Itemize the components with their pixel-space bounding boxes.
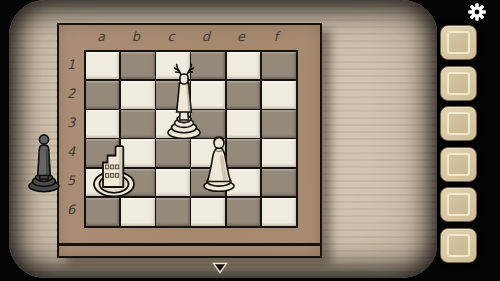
- square-a1[interactable]: [86, 52, 120, 80]
- settings-gear-icon[interactable]: [468, 3, 486, 21]
- square-a2[interactable]: [86, 81, 120, 109]
- inventory-slot-inner: [447, 112, 470, 135]
- inventory-slot-inner: [447, 72, 470, 95]
- square-f3[interactable]: [262, 110, 296, 138]
- square-e6[interactable]: [227, 198, 261, 226]
- piece-house-c6[interactable]: [91, 142, 137, 202]
- square-e1[interactable]: [227, 52, 261, 80]
- piece-man-a6[interactable]: [27, 131, 61, 197]
- col-label-d: d: [189, 25, 224, 49]
- square-f6[interactable]: [262, 198, 296, 226]
- col-label-b: b: [119, 25, 154, 49]
- square-c6[interactable]: [156, 198, 190, 226]
- column-labels: abcdef: [84, 25, 294, 49]
- game-scene: abcdef 123456: [0, 0, 500, 281]
- square-f4[interactable]: [262, 139, 296, 167]
- inventory-slot-4[interactable]: [440, 147, 477, 182]
- row-label-3: 3: [59, 108, 84, 137]
- square-b2[interactable]: [121, 81, 155, 109]
- inventory-slot-inner: [447, 234, 470, 257]
- square-c5[interactable]: [156, 169, 190, 197]
- inventory-slot-2[interactable]: [440, 66, 477, 101]
- col-label-f: f: [259, 25, 294, 49]
- row-label-6: 6: [59, 195, 84, 224]
- exit-down-arrow[interactable]: [212, 262, 228, 274]
- inventory-slot-3[interactable]: [440, 106, 477, 141]
- square-f1[interactable]: [262, 52, 296, 80]
- inventory-slot-inner: [447, 193, 470, 216]
- square-d6[interactable]: [191, 198, 225, 226]
- square-a3[interactable]: [86, 110, 120, 138]
- row-label-2: 2: [59, 79, 84, 108]
- frame-ledge-line: [59, 243, 320, 246]
- piece-woman-f6[interactable]: [201, 134, 237, 196]
- row-label-4: 4: [59, 137, 84, 166]
- square-b3[interactable]: [121, 110, 155, 138]
- inventory-slot-6[interactable]: [440, 228, 477, 263]
- col-label-e: e: [224, 25, 259, 49]
- square-b6[interactable]: [121, 198, 155, 226]
- inventory-slot-5[interactable]: [440, 187, 477, 222]
- row-labels: 123456: [59, 50, 84, 224]
- square-e2[interactable]: [227, 81, 261, 109]
- col-label-c: c: [154, 25, 189, 49]
- row-label-1: 1: [59, 50, 84, 79]
- square-f5[interactable]: [262, 169, 296, 197]
- row-label-5: 5: [59, 166, 84, 195]
- square-f2[interactable]: [262, 81, 296, 109]
- inventory-slot-1[interactable]: [440, 25, 477, 60]
- inventory-slot-inner: [447, 153, 470, 176]
- square-a6[interactable]: [86, 198, 120, 226]
- col-label-a: a: [84, 25, 119, 49]
- piece-deer-e4[interactable]: [164, 62, 204, 144]
- inventory-slot-inner: [447, 31, 470, 54]
- square-b1[interactable]: [121, 52, 155, 80]
